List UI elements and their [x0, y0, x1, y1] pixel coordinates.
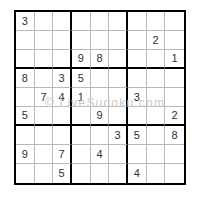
- sudoku-cell-r4c3[interactable]: 3: [53, 69, 72, 88]
- sudoku-cell-r5c3[interactable]: 4: [53, 88, 72, 107]
- sudoku-cell-r6c7[interactable]: [128, 107, 147, 126]
- given-digit: 8: [22, 73, 28, 84]
- sudoku-cell-r4c4[interactable]: 5: [72, 69, 91, 88]
- sudoku-cell-r2c3[interactable]: [53, 31, 72, 50]
- sudoku-cell-r3c4[interactable]: 9: [72, 50, 91, 69]
- sudoku-cell-r3c7[interactable]: [128, 50, 147, 69]
- sudoku-cell-r8c6[interactable]: [109, 145, 128, 164]
- sudoku-cell-r3c5[interactable]: 8: [91, 50, 110, 69]
- given-digit: 5: [134, 130, 140, 141]
- sudoku-cell-r3c3[interactable]: [53, 50, 72, 69]
- sudoku-cell-r7c6[interactable]: 3: [109, 126, 128, 145]
- sudoku-cell-r6c9[interactable]: 2: [165, 107, 184, 126]
- sudoku-cell-r2c8[interactable]: 2: [147, 31, 166, 50]
- sudoku-cell-r2c7[interactable]: [128, 31, 147, 50]
- sudoku-cell-r8c7[interactable]: [128, 145, 147, 164]
- sudoku-cell-r9c1[interactable]: [16, 164, 35, 183]
- sudoku-cell-r9c6[interactable]: [109, 164, 128, 183]
- sudoku-cell-r5c7[interactable]: 3: [128, 88, 147, 107]
- sudoku-cell-r8c9[interactable]: [165, 145, 184, 164]
- sudoku-cell-r1c1[interactable]: 3: [16, 12, 35, 31]
- sudoku-cell-r5c5[interactable]: [91, 88, 110, 107]
- sudoku-cell-r1c4[interactable]: [72, 12, 91, 31]
- sudoku-page: © LiveSudoku.com 32981835741359235897454: [0, 0, 200, 200]
- sudoku-cell-r8c1[interactable]: 9: [16, 145, 35, 164]
- sudoku-cell-r4c1[interactable]: 8: [16, 69, 35, 88]
- sudoku-cell-r1c5[interactable]: [91, 12, 110, 31]
- sudoku-board: © LiveSudoku.com 32981835741359235897454: [14, 10, 186, 185]
- sudoku-cell-r1c3[interactable]: [53, 12, 72, 31]
- sudoku-cell-r8c5[interactable]: 4: [91, 145, 110, 164]
- given-digit: 5: [59, 168, 65, 179]
- sudoku-cell-r2c6[interactable]: [109, 31, 128, 50]
- sudoku-cell-r6c4[interactable]: [72, 107, 91, 126]
- given-digit: 2: [172, 110, 178, 121]
- sudoku-cell-r5c4[interactable]: 1: [72, 88, 91, 107]
- sudoku-cell-r8c3[interactable]: 7: [53, 145, 72, 164]
- sudoku-cell-r3c8[interactable]: [147, 50, 166, 69]
- sudoku-cell-r7c1[interactable]: [16, 126, 35, 145]
- sudoku-cell-r7c9[interactable]: 8: [165, 126, 184, 145]
- sudoku-cell-r7c7[interactable]: 5: [128, 126, 147, 145]
- sudoku-cell-r9c5[interactable]: [91, 164, 110, 183]
- sudoku-cell-r6c2[interactable]: [35, 107, 54, 126]
- sudoku-cell-r2c4[interactable]: [72, 31, 91, 50]
- sudoku-cell-r1c8[interactable]: [147, 12, 166, 31]
- given-digit: 8: [96, 53, 102, 64]
- sudoku-cell-r4c5[interactable]: [91, 69, 110, 88]
- sudoku-cell-r4c9[interactable]: [165, 69, 184, 88]
- sudoku-cell-r9c9[interactable]: [165, 164, 184, 183]
- sudoku-cell-r4c2[interactable]: [35, 69, 54, 88]
- sudoku-cell-r6c6[interactable]: [109, 107, 128, 126]
- sudoku-cell-r6c3[interactable]: [53, 107, 72, 126]
- given-digit: 7: [40, 92, 46, 103]
- sudoku-cell-r2c1[interactable]: [16, 31, 35, 50]
- sudoku-cell-r8c4[interactable]: [72, 145, 91, 164]
- sudoku-cell-r4c8[interactable]: [147, 69, 166, 88]
- sudoku-cell-r7c5[interactable]: [91, 126, 110, 145]
- given-digit: 3: [115, 130, 121, 141]
- sudoku-cell-r3c2[interactable]: [35, 50, 54, 69]
- sudoku-cell-r6c8[interactable]: [147, 107, 166, 126]
- sudoku-cell-r4c7[interactable]: [128, 69, 147, 88]
- sudoku-cell-r5c8[interactable]: [147, 88, 166, 107]
- sudoku-cell-r7c3[interactable]: [53, 126, 72, 145]
- given-digit: 4: [96, 149, 102, 160]
- sudoku-cell-r7c8[interactable]: [147, 126, 166, 145]
- given-digit: 4: [59, 92, 65, 103]
- sudoku-cell-r8c8[interactable]: [147, 145, 166, 164]
- sudoku-cell-r9c3[interactable]: 5: [53, 164, 72, 183]
- sudoku-cell-r5c2[interactable]: 7: [35, 88, 54, 107]
- given-digit: 4: [134, 168, 140, 179]
- sudoku-cell-r9c2[interactable]: [35, 164, 54, 183]
- sudoku-cell-r1c7[interactable]: [128, 12, 147, 31]
- given-digit: 9: [22, 149, 28, 160]
- sudoku-cell-r6c5[interactable]: 9: [91, 107, 110, 126]
- given-digit: 3: [59, 73, 65, 84]
- sudoku-cell-r5c6[interactable]: [109, 88, 128, 107]
- sudoku-cell-r2c9[interactable]: [165, 31, 184, 50]
- sudoku-cell-r1c2[interactable]: [35, 12, 54, 31]
- given-digit: 5: [78, 73, 84, 84]
- sudoku-cell-r2c5[interactable]: [91, 31, 110, 50]
- given-digit: 1: [172, 53, 178, 64]
- sudoku-cell-r3c1[interactable]: [16, 50, 35, 69]
- sudoku-cell-r9c7[interactable]: 4: [128, 164, 147, 183]
- sudoku-cell-r1c6[interactable]: [109, 12, 128, 31]
- given-digit: 8: [172, 130, 178, 141]
- sudoku-cell-r4c6[interactable]: [109, 69, 128, 88]
- sudoku-cell-r2c2[interactable]: [35, 31, 54, 50]
- sudoku-cell-r7c4[interactable]: [72, 126, 91, 145]
- sudoku-cell-r5c9[interactable]: [165, 88, 184, 107]
- sudoku-cell-r9c8[interactable]: [147, 164, 166, 183]
- sudoku-cell-r1c9[interactable]: [165, 12, 184, 31]
- given-digit: 7: [59, 149, 65, 160]
- given-digit: 5: [22, 110, 28, 121]
- given-digit: 3: [22, 16, 28, 27]
- sudoku-cell-r3c6[interactable]: [109, 50, 128, 69]
- sudoku-cell-r9c4[interactable]: [72, 164, 91, 183]
- sudoku-cell-r6c1[interactable]: 5: [16, 107, 35, 126]
- sudoku-cell-r3c9[interactable]: 1: [165, 50, 184, 69]
- given-digit: 9: [78, 53, 84, 64]
- sudoku-grid: 32981835741359235897454: [16, 12, 184, 183]
- sudoku-cell-r8c2[interactable]: [35, 145, 54, 164]
- given-digit: 1: [78, 92, 84, 103]
- sudoku-cell-r5c1[interactable]: [16, 88, 35, 107]
- sudoku-cell-r7c2[interactable]: [35, 126, 54, 145]
- given-digit: 2: [152, 35, 158, 46]
- given-digit: 3: [134, 92, 140, 103]
- given-digit: 9: [96, 110, 102, 121]
